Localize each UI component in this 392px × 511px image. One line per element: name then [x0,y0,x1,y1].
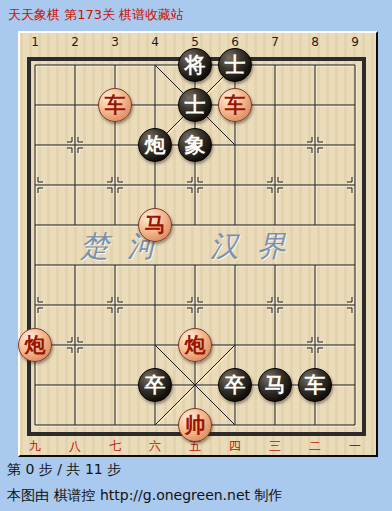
piece-red-horse[interactable]: 马 [138,208,172,242]
bottom-label-6: 四 [215,439,255,453]
piece-black-general[interactable]: 将 [178,48,212,82]
piece-red-chariot[interactable]: 车 [218,88,252,122]
piece-black-chariot[interactable]: 车 [298,368,332,402]
board-panel: 123456789 楚河 汉界 将士车士车炮象马炮炮卒卒马车帅 九八七六五四三二… [18,31,378,457]
bottom-label-9: 一 [335,439,375,453]
page: 天天象棋 第173关 棋谱收藏站 123456789 楚河 汉界 将士车士车炮象… [0,0,392,511]
bottom-label-4: 六 [135,439,175,453]
piece-black-soldier[interactable]: 卒 [138,368,172,402]
credit-line: 本图由 棋谱控 http://g.onegreen.net 制作 [7,487,283,505]
bottom-label-8: 二 [295,439,335,453]
piece-black-cannon[interactable]: 炮 [138,128,172,162]
bottom-label-3: 七 [95,439,135,453]
piece-red-cannon[interactable]: 炮 [18,328,52,362]
board-grid[interactable]: 将士车士车炮象马炮炮卒卒马车帅 [15,45,375,445]
piece-red-chariot[interactable]: 车 [98,88,132,122]
bottom-label-1: 九 [15,439,55,453]
piece-black-horse[interactable]: 马 [258,368,292,402]
piece-black-soldier[interactable]: 卒 [218,368,252,402]
page-title: 天天象棋 第173关 棋谱收藏站 [8,6,184,24]
piece-black-elephant[interactable]: 象 [178,128,212,162]
piece-black-advisor[interactable]: 士 [218,48,252,82]
move-status: 第 0 步 / 共 11 步 [7,461,121,479]
bottom-label-7: 三 [255,439,295,453]
piece-red-cannon[interactable]: 炮 [178,328,212,362]
piece-red-general[interactable]: 帅 [178,408,212,442]
piece-black-advisor[interactable]: 士 [178,88,212,122]
bottom-label-2: 八 [55,439,95,453]
